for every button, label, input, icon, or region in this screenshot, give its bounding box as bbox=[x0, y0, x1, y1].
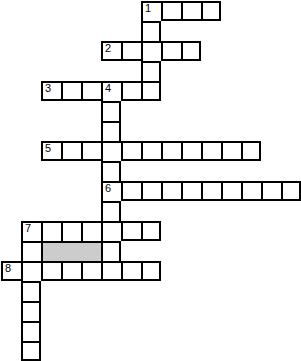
clue-number: 7 bbox=[25, 223, 31, 234]
grid-cell[interactable] bbox=[121, 41, 141, 61]
crossword-page: 12345678 bbox=[0, 0, 301, 361]
clue-number: 5 bbox=[45, 143, 51, 154]
grid-cell[interactable] bbox=[181, 41, 201, 61]
grid-cell[interactable] bbox=[81, 261, 101, 281]
clue-number: 1 bbox=[145, 3, 151, 14]
grid-cell[interactable] bbox=[161, 181, 181, 201]
grid-cell[interactable] bbox=[161, 141, 181, 161]
grid-cell[interactable] bbox=[81, 81, 101, 101]
grid-cell[interactable] bbox=[181, 1, 201, 21]
grid-cell[interactable]: 8 bbox=[1, 261, 21, 281]
shaded-block bbox=[41, 241, 101, 261]
grid-cell[interactable] bbox=[101, 221, 121, 241]
grid-cell[interactable] bbox=[81, 221, 101, 241]
grid-cell[interactable] bbox=[241, 181, 261, 201]
grid-cell[interactable]: 4 bbox=[101, 81, 121, 101]
grid-cell[interactable] bbox=[101, 201, 121, 221]
grid-cell[interactable] bbox=[21, 261, 41, 281]
grid-cell[interactable] bbox=[121, 261, 141, 281]
grid-cell[interactable] bbox=[161, 1, 181, 21]
grid-cell[interactable] bbox=[141, 221, 161, 241]
grid-cell[interactable] bbox=[21, 341, 41, 361]
grid-cell[interactable] bbox=[61, 261, 81, 281]
grid-cell[interactable] bbox=[141, 261, 161, 281]
grid-cell[interactable] bbox=[181, 181, 201, 201]
grid-cell[interactable]: 2 bbox=[101, 41, 121, 61]
crossword-grid: 12345678 bbox=[1, 1, 301, 361]
grid-cell[interactable] bbox=[141, 81, 161, 101]
grid-cell[interactable]: 3 bbox=[41, 81, 61, 101]
clue-number: 2 bbox=[105, 43, 111, 54]
grid-cell[interactable] bbox=[61, 221, 81, 241]
grid-cell[interactable] bbox=[21, 241, 41, 261]
grid-cell[interactable] bbox=[121, 141, 141, 161]
grid-cell[interactable] bbox=[101, 141, 121, 161]
grid-cell[interactable] bbox=[101, 101, 121, 121]
grid-cell[interactable] bbox=[41, 261, 61, 281]
grid-cell[interactable] bbox=[261, 181, 281, 201]
clue-number: 8 bbox=[5, 263, 11, 274]
grid-cell[interactable] bbox=[141, 41, 161, 61]
grid-cell[interactable] bbox=[201, 181, 221, 201]
clue-number: 4 bbox=[105, 83, 111, 94]
grid-cell[interactable] bbox=[141, 61, 161, 81]
grid-cell[interactable] bbox=[221, 141, 241, 161]
grid-cell[interactable] bbox=[21, 281, 41, 301]
grid-cell[interactable]: 6 bbox=[101, 181, 121, 201]
grid-cell[interactable] bbox=[121, 181, 141, 201]
grid-cell[interactable] bbox=[121, 221, 141, 241]
grid-cell[interactable] bbox=[101, 121, 121, 141]
grid-cell[interactable] bbox=[121, 81, 141, 101]
grid-cell[interactable] bbox=[241, 141, 261, 161]
grid-cell[interactable]: 5 bbox=[41, 141, 61, 161]
grid-cell[interactable] bbox=[21, 321, 41, 341]
grid-cell[interactable] bbox=[101, 161, 121, 181]
grid-cell[interactable] bbox=[141, 21, 161, 41]
grid-cell[interactable] bbox=[141, 181, 161, 201]
grid-cell[interactable]: 7 bbox=[21, 221, 41, 241]
grid-cell[interactable] bbox=[161, 41, 181, 61]
grid-cell[interactable] bbox=[201, 141, 221, 161]
grid-cell[interactable] bbox=[61, 81, 81, 101]
clue-number: 3 bbox=[45, 83, 51, 94]
grid-cell[interactable] bbox=[41, 221, 61, 241]
grid-cell[interactable] bbox=[101, 241, 121, 261]
grid-cell[interactable] bbox=[101, 261, 121, 281]
grid-cell[interactable] bbox=[221, 181, 241, 201]
grid-cell[interactable] bbox=[201, 1, 221, 21]
clue-number: 6 bbox=[105, 183, 111, 194]
grid-cell[interactable] bbox=[61, 141, 81, 161]
grid-cell[interactable] bbox=[141, 141, 161, 161]
grid-cell[interactable] bbox=[21, 301, 41, 321]
grid-cell[interactable] bbox=[181, 141, 201, 161]
grid-cell[interactable] bbox=[81, 141, 101, 161]
grid-cell[interactable]: 1 bbox=[141, 1, 161, 21]
grid-cell[interactable] bbox=[281, 181, 301, 201]
